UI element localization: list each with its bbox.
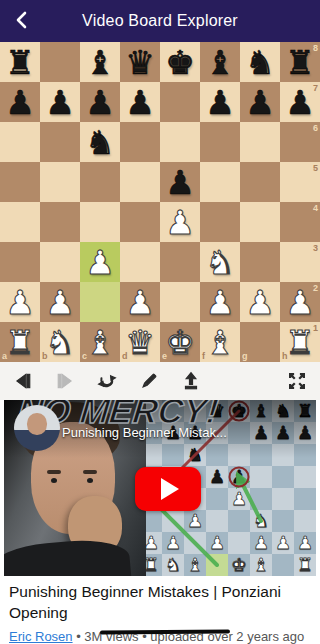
square-h2: ♟ [294,532,316,554]
piece-black-pawn: ♟ [209,468,225,486]
square-h8: ♜ [294,400,316,422]
rank-label-8: 8 [313,44,318,53]
piece-black-knight: ♞ [245,46,275,79]
play-icon [161,478,179,500]
piece-white-knight: ♞ [45,326,75,359]
piece-white-pawn: ♟ [187,512,203,530]
piece-white-king: ♚ [231,556,247,574]
piece-black-pawn: ♟ [275,424,291,442]
file-label-a: a [2,352,7,361]
square-f3[interactable]: ♞ [200,242,240,282]
piece-white-rook: ♜ [285,326,315,359]
square-b6[interactable] [40,122,80,162]
file-label-f: f [202,352,205,361]
square-c6[interactable]: ♞ [80,122,120,162]
square-e8[interactable]: ♚ [160,42,200,82]
piece-white-pawn: ♟ [165,534,181,552]
square-f4 [250,488,272,510]
square-h6 [294,444,316,466]
square-f7: ♟ [250,422,272,444]
square-g7[interactable]: ♟ [240,82,280,122]
square-d8[interactable]: ♛ [120,42,160,82]
piece-black-pawn: ♟ [245,86,275,119]
square-d5[interactable] [120,162,160,202]
square-f8: ♝ [250,400,272,422]
piece-black-rook: ♜ [285,46,315,79]
square-h8[interactable]: ♜8 [280,42,320,82]
square-b5[interactable] [40,162,80,202]
piece-white-pawn: ♟ [209,534,225,552]
chess-board: ♜♝♛♚♝♞♜8♟♟♟♟♟♟♟7♞6♟5♟4♟♞3♟♟♟♟♟♟2♜a♞b♝c♛d… [0,42,320,362]
piece-white-rook: ♜ [5,326,35,359]
piece-white-bishop: ♝ [205,326,235,359]
piece-white-pawn: ♟ [165,206,195,239]
square-b2: ♟ [162,532,184,554]
piece-black-pawn: ♟ [285,86,315,119]
square-f1[interactable]: ♝f [200,322,240,362]
pencil-icon [139,371,159,391]
piece-black-pawn: ♟ [5,86,35,119]
square-h7[interactable]: ♟7 [280,82,320,122]
square-f3: ♞ [250,510,272,532]
piece-black-bishop: ♝ [253,402,269,420]
byline-separator: • [73,629,85,644]
square-h3[interactable]: 3 [280,242,320,282]
rank-label-7: 7 [313,84,318,93]
piece-white-pawn: ♟ [275,534,291,552]
square-f4[interactable] [200,202,240,242]
square-c6: ♞ [184,444,206,466]
square-g6[interactable] [240,122,280,162]
square-a8[interactable]: ♜ [0,42,40,82]
square-g4 [272,488,294,510]
file-label-e: e [162,352,167,361]
piece-black-pawn: ♟ [45,86,75,119]
piece-black-pawn: ♟ [253,424,269,442]
piece-white-knight: ♞ [205,246,235,279]
board-toolbar [0,362,320,400]
piece-black-pawn: ♟ [125,86,155,119]
square-e4[interactable]: ♟ [160,202,200,242]
square-d3 [206,510,228,532]
square-g7: ♟ [272,422,294,444]
square-a7[interactable]: ♟ [0,82,40,122]
rank-label-3: 3 [313,244,318,253]
piece-white-pawn: ♟ [85,246,115,279]
piece-white-pawn: ♟ [245,286,275,319]
square-e5[interactable]: ♟ [160,162,200,202]
square-c1[interactable]: ♝c [80,322,120,362]
step-forward-icon [55,371,75,391]
square-e3 [228,510,250,532]
square-b3 [162,510,184,532]
square-a5[interactable] [0,162,40,202]
edit-position-button[interactable] [139,371,159,391]
square-d5: ♟ [206,466,228,488]
piece-black-knight: ♞ [187,446,203,464]
square-e5: ♟ [228,466,250,488]
square-c3[interactable]: ♟ [80,242,120,282]
piece-black-pawn: ♟ [165,166,195,199]
piece-black-bishop: ♝ [205,46,235,79]
video-thumbnail[interactable]: ♛♚♝♞♜♟♟♟♟♟♞♟♟♟♟♞♟♟♟♟♟♟♜♞♝♚♝♜ NO MERCY! P… [4,400,316,576]
square-a2[interactable]: ♟ [0,282,40,322]
square-e7 [228,422,250,444]
piece-white-pawn: ♟ [5,286,35,319]
square-e2 [228,532,250,554]
square-h1[interactable]: ♜1h [280,322,320,362]
rank-label-1: 1 [313,324,318,333]
file-label-b: b [42,352,48,361]
piece-black-king: ♚ [165,46,195,79]
youtube-play-button[interactable] [135,467,201,511]
square-c3: ♟ [184,510,206,532]
square-b1: ♞ [162,554,184,576]
square-h5[interactable]: 5 [280,162,320,202]
fullscreen-button[interactable] [287,371,307,391]
piece-white-rook: ♜ [297,556,313,574]
square-d4[interactable] [120,202,160,242]
square-e6[interactable] [160,122,200,162]
page-title: Video Board Explorer [0,12,320,30]
square-c7[interactable]: ♟ [80,82,120,122]
piece-black-knight: ♞ [85,126,115,159]
file-label-g: g [242,352,248,361]
square-d2[interactable]: ♟ [120,282,160,322]
piece-white-king: ♚ [165,326,195,359]
piece-white-pawn: ♟ [231,490,247,508]
piece-black-queen: ♛ [125,46,155,79]
square-e8: ♚ [228,400,250,422]
file-label-c: c [82,352,87,361]
piece-black-pawn: ♟ [231,468,247,486]
square-f5[interactable] [200,162,240,202]
square-f8[interactable]: ♝ [200,42,240,82]
piece-black-pawn: ♟ [85,86,115,119]
square-f7[interactable]: ♟ [200,82,240,122]
square-f2: ♟ [250,532,272,554]
square-b6 [162,444,184,466]
square-g3 [272,510,294,532]
square-c4[interactable] [80,202,120,242]
square-h7: ♟ [294,422,316,444]
square-g5 [272,466,294,488]
square-f6 [250,444,272,466]
square-h5 [294,466,316,488]
back-button[interactable] [0,0,44,42]
square-h2[interactable]: ♟2 [280,282,320,322]
piece-black-knight: ♞ [275,402,291,420]
piece-white-pawn: ♟ [285,286,315,319]
rank-label-4: 4 [313,204,318,213]
chevron-left-icon [11,9,33,34]
square-g6 [272,444,294,466]
rank-label-6: 6 [313,124,318,133]
square-d6[interactable] [120,122,160,162]
square-g5[interactable] [240,162,280,202]
square-a3[interactable] [0,242,40,282]
square-b3[interactable] [40,242,80,282]
square-d7[interactable]: ♟ [120,82,160,122]
piece-black-king: ♚ [231,402,247,420]
piece-white-bishop: ♝ [253,556,269,574]
square-g3[interactable] [240,242,280,282]
square-g8[interactable]: ♞ [240,42,280,82]
square-a4[interactable] [0,202,40,242]
piece-white-pawn: ♟ [125,286,155,319]
square-e3[interactable] [160,242,200,282]
video-overlay-title: Punishing Beginner Mistak... [62,425,227,440]
expand-icon [287,371,307,391]
piece-black-rook: ♜ [5,46,35,79]
square-d1 [206,554,228,576]
square-d1[interactable]: ♛d [120,322,160,362]
app-header: Video Board Explorer [0,0,320,42]
file-label-d: d [122,352,128,361]
channel-link[interactable]: Eric Rosen [9,629,73,644]
piece-white-knight: ♞ [253,512,269,530]
square-h4[interactable]: 4 [280,202,320,242]
square-e2[interactable] [160,282,200,322]
square-g1 [272,554,294,576]
square-c2 [184,532,206,554]
square-e1[interactable]: ♚e [160,322,200,362]
square-g2: ♟ [272,532,294,554]
square-g4[interactable] [240,202,280,242]
square-f2[interactable]: ♟ [200,282,240,322]
square-b2[interactable]: ♟ [40,282,80,322]
flip-board-button[interactable] [97,371,117,391]
square-b1[interactable]: ♞b [40,322,80,362]
next-move-button[interactable] [55,371,75,391]
piece-white-queen: ♛ [125,326,155,359]
piece-black-rook: ♜ [297,402,313,420]
piece-white-bishop: ♝ [85,326,115,359]
square-h3 [294,510,316,532]
square-b4[interactable] [40,202,80,242]
previous-move-button[interactable] [13,371,33,391]
piece-white-pawn: ♟ [297,534,313,552]
square-f6[interactable] [200,122,240,162]
rank-label-5: 5 [313,164,318,173]
square-a6[interactable] [0,122,40,162]
square-b8[interactable] [40,42,80,82]
square-g1[interactable]: g [240,322,280,362]
rank-label-2: 2 [313,284,318,293]
video-title: Punishing Beginner Mistakes | Ponziani O… [9,581,311,623]
square-e4: ♟ [228,488,250,510]
square-h1: ♜ [294,554,316,576]
video-board-explorer-screen: Video Board Explorer ♜♝♛♚♝♞♜8♟♟♟♟♟♟♟7♞6♟… [0,0,320,644]
square-c8[interactable]: ♝ [80,42,120,82]
step-back-icon [13,371,33,391]
piece-black-bishop: ♝ [85,46,115,79]
square-h6[interactable]: 6 [280,122,320,162]
file-label-h: h [282,352,288,361]
square-g8: ♞ [272,400,294,422]
square-a1[interactable]: ♜a [0,322,40,362]
square-h4 [294,488,316,510]
piece-white-bishop: ♝ [187,556,203,574]
piece-black-pawn: ♟ [205,86,235,119]
square-f1: ♝ [250,554,272,576]
share-upload-button[interactable] [181,371,201,391]
square-c5[interactable] [80,162,120,202]
square-d2: ♟ [206,532,228,554]
square-e6 [228,444,250,466]
piece-black-pawn: ♟ [297,424,313,442]
square-c2[interactable] [80,282,120,322]
square-f5 [250,466,272,488]
piece-white-pawn: ♟ [205,286,235,319]
video-info: Punishing Beginner Mistakes | Ponziani O… [0,576,320,644]
square-e7[interactable] [160,82,200,122]
channel-avatar [14,405,60,451]
cycle-arrows-icon [97,371,117,391]
square-b7[interactable]: ♟ [40,82,80,122]
piece-white-pawn: ♟ [253,534,269,552]
square-d4 [206,488,228,510]
square-d6 [206,444,228,466]
square-c1: ♝ [184,554,206,576]
square-e1: ♚ [228,554,250,576]
piece-white-pawn: ♟ [45,286,75,319]
piece-white-knight: ♞ [165,556,181,574]
square-d3[interactable] [120,242,160,282]
upload-icon [181,371,201,391]
square-g2[interactable]: ♟ [240,282,280,322]
